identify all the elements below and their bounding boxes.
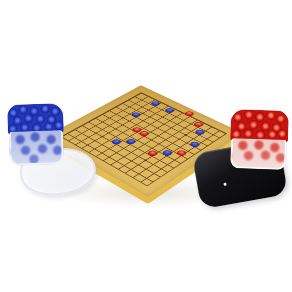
blue-container-body — [9, 130, 64, 166]
blue-stones-container — [7, 103, 65, 167]
red-container-body — [230, 138, 287, 170]
red-stones-container — [229, 109, 289, 173]
hoshi-point — [184, 134, 188, 136]
go-stone-red — [184, 110, 196, 117]
go-stone-blue — [124, 138, 137, 145]
tray-highlight-dot — [223, 183, 226, 186]
go-stone-blue — [193, 129, 206, 136]
go-stone-blue — [110, 138, 123, 145]
go-stone-red — [138, 130, 151, 137]
go-stone-red — [175, 149, 188, 157]
go-stone-red — [146, 150, 159, 158]
go-stone-blue — [188, 141, 201, 148]
go-stone-red — [192, 121, 205, 128]
hoshi-point — [100, 135, 104, 137]
hoshi-point — [143, 159, 147, 162]
go-stone-blue — [160, 149, 173, 157]
product-photo-scene — [0, 0, 292, 292]
go-stone-blue — [149, 101, 161, 107]
go-stone-blue — [163, 107, 175, 113]
